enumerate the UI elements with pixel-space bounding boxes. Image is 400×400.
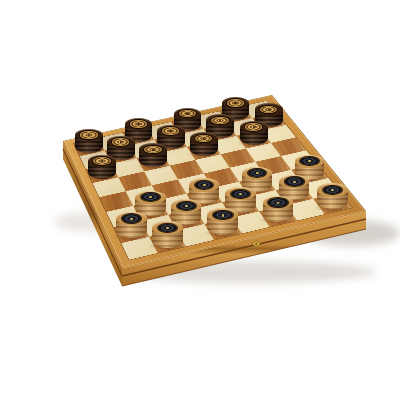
piece-light-b1[interactable]	[152, 221, 184, 248]
piece-light-h1[interactable]	[317, 183, 348, 209]
piece-dark-a8[interactable]	[75, 129, 103, 153]
piece-dark-e6[interactable]	[190, 132, 218, 156]
piece-light-a2[interactable]	[116, 212, 147, 239]
piece-dark-g6[interactable]	[240, 121, 268, 145]
piece-dark-a6[interactable]	[88, 155, 117, 180]
piece-dark-c6[interactable]	[139, 143, 168, 167]
scene: Wooden folding checkers box board with d…	[0, 0, 400, 400]
piece-light-f1[interactable]	[263, 196, 294, 222]
piece-light-d1[interactable]	[207, 208, 238, 235]
